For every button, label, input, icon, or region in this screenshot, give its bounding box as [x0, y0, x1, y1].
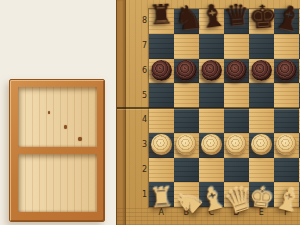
dark-pawn-c6: [201, 60, 222, 81]
photo-scene: 87654321ABCDEFGH ♜♞♝♛♚♝♞♜♞♝♛♚♝♞: [0, 0, 300, 225]
dark-pawn-a6: [151, 60, 172, 81]
square-f5: [274, 83, 299, 108]
square-c4: [199, 108, 224, 133]
box-compartment-top: [18, 87, 97, 147]
square-g5: [299, 83, 300, 108]
rank-label-4: 4: [125, 115, 147, 125]
square-g2: [299, 158, 300, 183]
dark-bishop-c8: ♝: [197, 0, 226, 34]
square-g3: [299, 133, 300, 158]
dark-queen-d8: ♛: [223, 0, 250, 31]
square-b4: [174, 108, 199, 133]
square-c7: [199, 34, 224, 59]
rank-label-2: 2: [125, 165, 147, 175]
square-b5: [174, 83, 199, 108]
square-e2: [249, 158, 274, 183]
square-a4: [149, 108, 174, 133]
wood-knot: [48, 111, 50, 114]
square-e4: [249, 108, 274, 133]
rank-label-5: 5: [125, 91, 147, 101]
board-fold-seam: [117, 107, 300, 109]
dark-pawn-d6: [226, 60, 247, 81]
rank-label-3: 3: [125, 140, 147, 150]
dark-pawn-f6: [276, 60, 297, 81]
square-e5: [249, 83, 274, 108]
rank-label-7: 7: [125, 41, 147, 51]
square-g4: [299, 108, 300, 133]
rank-label-8: 8: [125, 16, 147, 26]
square-f4: [274, 108, 299, 133]
chessboard: 87654321ABCDEFGH ♜♞♝♛♚♝♞♜♞♝♛♚♝♞: [116, 0, 300, 225]
wood-knot: [78, 137, 82, 141]
dark-pawn-b6: [176, 60, 197, 81]
wooden-storage-box: [9, 79, 105, 222]
rank-label-6: 6: [125, 66, 147, 76]
wood-knot: [64, 125, 67, 129]
dark-rook-a8: ♜: [148, 0, 174, 28]
square-d4: [224, 108, 249, 133]
square-c5: [199, 83, 224, 108]
square-d5: [224, 83, 249, 108]
square-a5: [149, 83, 174, 108]
dark-pawn-e6: [251, 60, 272, 81]
rank-label-1: 1: [125, 190, 147, 200]
square-b2: [174, 158, 199, 183]
square-g6: [299, 59, 300, 84]
square-a2: [149, 158, 174, 183]
box-compartment-bottom: [18, 154, 97, 212]
square-e7: [249, 34, 274, 59]
square-d7: [224, 34, 249, 59]
square-a7: [149, 34, 174, 59]
